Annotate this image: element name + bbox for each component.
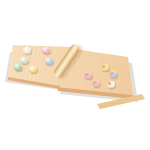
piece-right-peach[interactable] — [92, 80, 100, 87]
piece-right-pink[interactable] — [84, 72, 92, 79]
pieces-layer — [0, 0, 150, 150]
piece-right-white[interactable] — [107, 81, 115, 88]
piece-left-blue[interactable] — [45, 58, 53, 65]
piece-left-white[interactable] — [23, 47, 31, 54]
piece-right-blue[interactable] — [109, 71, 117, 78]
piece-left-pink[interactable] — [42, 47, 50, 54]
piece-right-yellow[interactable] — [101, 64, 109, 71]
board-photo — [0, 0, 150, 150]
piece-left-yellow[interactable] — [29, 66, 37, 73]
piece-left-green[interactable] — [14, 64, 22, 71]
piece-left-pale-green[interactable] — [20, 57, 28, 64]
